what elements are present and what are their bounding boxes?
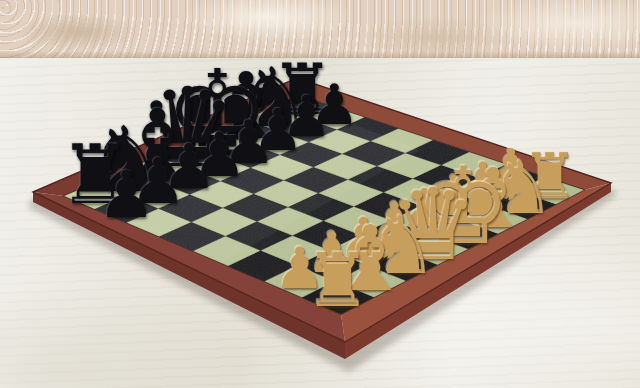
chess-set-photo: ♜♟♞♟♝♟♚♟♛♟♝♟♟♞♜♟♟♜♞♟♟♝♟♚♟♛♟♞♟♝♟♜ <box>0 0 640 388</box>
rook-glyph: ♜ <box>305 237 371 323</box>
chess-piece-black-pawn[interactable]: ♟ <box>97 162 155 227</box>
chess-piece-white-rook[interactable]: ♜ <box>305 243 371 317</box>
pawn-glyph: ♟ <box>97 157 155 232</box>
